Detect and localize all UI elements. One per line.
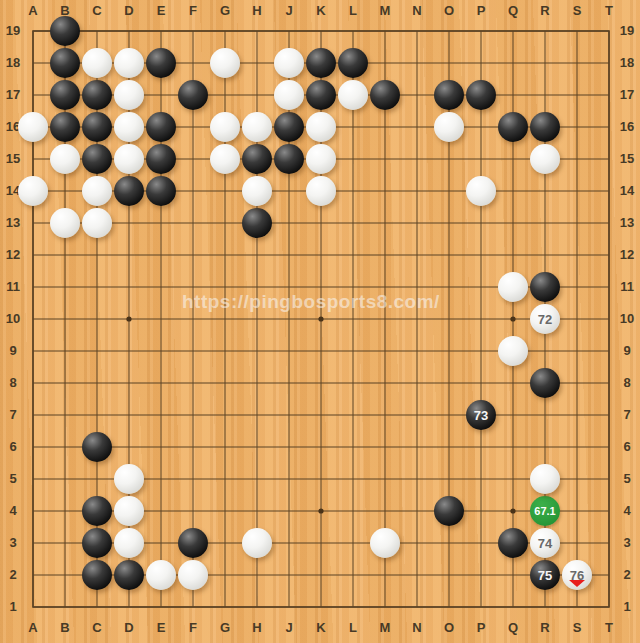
go-board[interactable]: AABBCCDDEEFFGGHHJJKKLLMMNNOOPPQQRRSSTT19… bbox=[0, 0, 640, 643]
stone-white bbox=[338, 80, 368, 110]
stone-black bbox=[530, 112, 560, 142]
stone-black bbox=[146, 112, 176, 142]
stone-black bbox=[50, 112, 80, 142]
stone-white bbox=[274, 48, 304, 78]
stone-black bbox=[338, 48, 368, 78]
stone-black bbox=[82, 80, 112, 110]
move-number: 74 bbox=[538, 537, 552, 550]
stone-white bbox=[114, 496, 144, 526]
stone-black bbox=[498, 112, 528, 142]
stone-white bbox=[50, 208, 80, 238]
stone-white bbox=[210, 144, 240, 174]
stone-black bbox=[50, 80, 80, 110]
stone-white bbox=[18, 176, 48, 206]
stone-black bbox=[466, 80, 496, 110]
stone-black bbox=[82, 112, 112, 142]
stone-white bbox=[114, 48, 144, 78]
stone-black bbox=[434, 80, 464, 110]
stone-white bbox=[114, 80, 144, 110]
stone-white bbox=[498, 336, 528, 366]
ai-winrate-badge: 67.1 bbox=[530, 496, 560, 526]
stone-black bbox=[530, 368, 560, 398]
stone-white bbox=[114, 528, 144, 558]
stone-white: 72 bbox=[530, 304, 560, 334]
stone-black bbox=[82, 528, 112, 558]
stone-black bbox=[274, 144, 304, 174]
stone-black bbox=[530, 272, 560, 302]
last-move-marker bbox=[569, 580, 585, 587]
stone-black bbox=[242, 208, 272, 238]
move-number: 73 bbox=[474, 409, 488, 422]
stone-white bbox=[466, 176, 496, 206]
stone-white bbox=[530, 464, 560, 494]
stone-white: 76 bbox=[562, 560, 592, 590]
stone-black bbox=[82, 144, 112, 174]
stone-black bbox=[146, 176, 176, 206]
stone-black bbox=[50, 16, 80, 46]
move-number: 72 bbox=[538, 313, 552, 326]
stone-white bbox=[82, 208, 112, 238]
stone-white bbox=[242, 112, 272, 142]
stone-white bbox=[434, 112, 464, 142]
stone-white bbox=[306, 144, 336, 174]
stone-black bbox=[178, 80, 208, 110]
stone-white bbox=[146, 560, 176, 590]
winrate-value: 67.1 bbox=[534, 506, 555, 517]
stone-white bbox=[178, 560, 208, 590]
stone-white: 74 bbox=[530, 528, 560, 558]
stone-white bbox=[274, 80, 304, 110]
stone-black: 75 bbox=[530, 560, 560, 590]
stone-black bbox=[242, 144, 272, 174]
stone-black bbox=[370, 80, 400, 110]
stone-black bbox=[178, 528, 208, 558]
stone-black bbox=[434, 496, 464, 526]
stone-black bbox=[114, 176, 144, 206]
stone-white bbox=[114, 144, 144, 174]
stone-white bbox=[498, 272, 528, 302]
stone-black bbox=[274, 112, 304, 142]
stone-white bbox=[306, 112, 336, 142]
stone-black bbox=[146, 144, 176, 174]
stone-white bbox=[210, 112, 240, 142]
stone-black bbox=[82, 432, 112, 462]
move-number: 75 bbox=[538, 569, 552, 582]
stone-white bbox=[370, 528, 400, 558]
stone-white bbox=[18, 112, 48, 142]
stone-white bbox=[82, 176, 112, 206]
stone-white bbox=[82, 48, 112, 78]
stone-white bbox=[210, 48, 240, 78]
stone-white bbox=[530, 144, 560, 174]
stone-black bbox=[82, 560, 112, 590]
stone-white bbox=[114, 464, 144, 494]
stone-black bbox=[146, 48, 176, 78]
stone-black: 73 bbox=[466, 400, 496, 430]
stone-black bbox=[82, 496, 112, 526]
stone-white bbox=[50, 144, 80, 174]
stone-black bbox=[114, 560, 144, 590]
stone-white bbox=[242, 528, 272, 558]
stone-black bbox=[498, 528, 528, 558]
stone-white bbox=[114, 112, 144, 142]
stone-white bbox=[306, 176, 336, 206]
stone-white bbox=[242, 176, 272, 206]
stone-black bbox=[306, 48, 336, 78]
stone-black bbox=[306, 80, 336, 110]
stone-black bbox=[50, 48, 80, 78]
stones-layer: 737572747667.1 bbox=[17, 15, 625, 623]
